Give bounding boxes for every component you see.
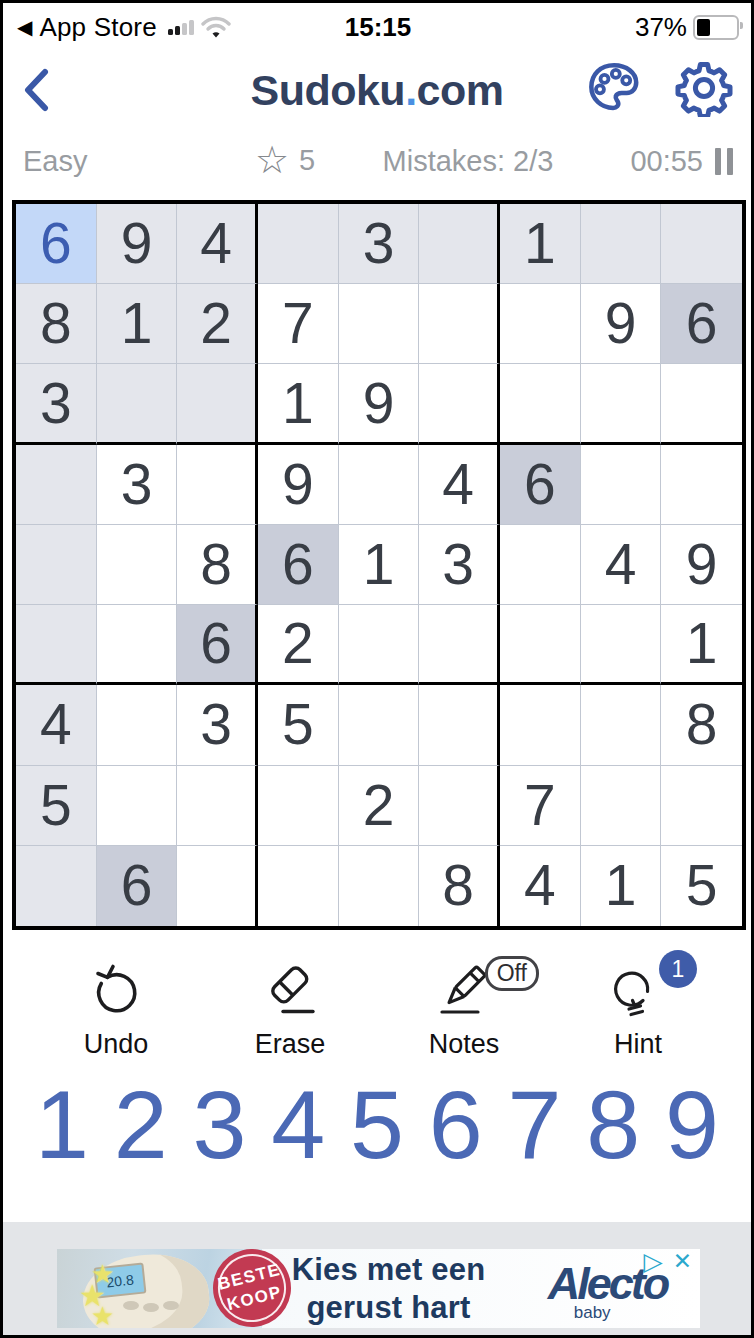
cell-r3c9[interactable] bbox=[661, 364, 742, 444]
cell-r4c2[interactable]: 3 bbox=[97, 445, 178, 525]
cell-r8c5[interactable]: 2 bbox=[339, 766, 420, 846]
cell-r7c2[interactable] bbox=[97, 685, 178, 765]
cell-r9c2[interactable]: 6 bbox=[97, 846, 178, 926]
numpad-8[interactable]: 8 bbox=[586, 1074, 640, 1176]
cell-r8c3[interactable] bbox=[177, 766, 258, 846]
hint-bulb-icon bbox=[610, 964, 666, 1020]
undo-label: Undo bbox=[84, 1029, 149, 1060]
cell-r2c5[interactable] bbox=[339, 284, 420, 364]
cell-r2c6[interactable] bbox=[419, 284, 500, 364]
back-chevron-icon[interactable] bbox=[23, 68, 49, 112]
theme-palette-icon[interactable] bbox=[585, 59, 643, 117]
cell-r7c6[interactable] bbox=[419, 685, 500, 765]
cell-r9c4[interactable] bbox=[258, 846, 339, 926]
adchoices-icon[interactable]: ▷ bbox=[643, 1249, 662, 1274]
numpad-7[interactable]: 7 bbox=[508, 1074, 562, 1176]
mistakes-counter: Mistakes: 2/3 bbox=[383, 145, 554, 178]
cell-r7c7[interactable] bbox=[500, 685, 581, 765]
pause-button[interactable] bbox=[715, 148, 733, 175]
cell-r7c4[interactable]: 5 bbox=[258, 685, 339, 765]
cell-r1c6[interactable] bbox=[419, 204, 500, 284]
cell-r1c9[interactable] bbox=[661, 204, 742, 284]
cell-r2c8[interactable]: 9 bbox=[581, 284, 662, 364]
hint-count-badge: 1 bbox=[659, 950, 697, 988]
cell-r1c7[interactable]: 1 bbox=[500, 204, 581, 284]
numpad-4[interactable]: 4 bbox=[271, 1074, 325, 1176]
cell-r8c2[interactable] bbox=[97, 766, 178, 846]
cell-r8c9[interactable] bbox=[661, 766, 742, 846]
cell-r3c5[interactable]: 9 bbox=[339, 364, 420, 444]
notes-button[interactable]: Off Notes bbox=[379, 964, 549, 1060]
erase-button[interactable]: Erase bbox=[205, 964, 375, 1060]
star-count: 5 bbox=[299, 144, 315, 177]
cell-r5c9[interactable]: 9 bbox=[661, 525, 742, 605]
cellular-signal-icon bbox=[168, 20, 194, 35]
cell-r5c8[interactable]: 4 bbox=[581, 525, 662, 605]
cell-r4c1[interactable] bbox=[16, 445, 97, 525]
numpad-6[interactable]: 6 bbox=[429, 1074, 483, 1176]
notes-pencil-icon bbox=[436, 964, 492, 1020]
back-to-app-store-icon[interactable]: ◀ bbox=[17, 15, 32, 39]
cell-r7c9[interactable]: 8 bbox=[661, 685, 742, 765]
game-info-bar: Easy ☆ 5 Mistakes: 2/3 00:55 bbox=[3, 133, 751, 195]
settings-gear-icon[interactable] bbox=[675, 59, 733, 117]
cell-r7c8[interactable] bbox=[581, 685, 662, 765]
cell-r1c3[interactable]: 4 bbox=[177, 204, 258, 284]
ad-headline: Kies met een gerust hart bbox=[262, 1249, 515, 1328]
cell-r2c2[interactable]: 1 bbox=[97, 284, 178, 364]
ad-banner[interactable]: 20.8 ★ ★ ★ BESTE KOOP Kies met een gerus… bbox=[57, 1249, 700, 1328]
cell-r5c3[interactable]: 8 bbox=[177, 525, 258, 605]
star-decoration-icon: ★ bbox=[91, 1303, 114, 1328]
cell-r6c4[interactable]: 2 bbox=[258, 605, 339, 685]
notes-off-badge: Off bbox=[485, 956, 539, 991]
undo-button[interactable]: Undo bbox=[31, 964, 201, 1060]
timer-value: 00:55 bbox=[630, 145, 703, 178]
cell-r3c2[interactable] bbox=[97, 364, 178, 444]
cell-r9c7[interactable]: 4 bbox=[500, 846, 581, 926]
cell-r5c7[interactable] bbox=[500, 525, 581, 605]
cell-r4c7[interactable]: 6 bbox=[500, 445, 581, 525]
cell-r1c8[interactable] bbox=[581, 204, 662, 284]
cell-r3c7[interactable] bbox=[500, 364, 581, 444]
status-bar: ◀ App Store 15:15 37% bbox=[3, 3, 751, 47]
cell-r3c6[interactable] bbox=[419, 364, 500, 444]
toolbar: Undo Erase Off Notes bbox=[3, 964, 751, 1060]
notes-label: Notes bbox=[429, 1029, 500, 1060]
cell-r5c4[interactable]: 6 bbox=[258, 525, 339, 605]
cell-r8c4[interactable] bbox=[258, 766, 339, 846]
cell-r9c1[interactable] bbox=[16, 846, 97, 926]
cell-r4c5[interactable] bbox=[339, 445, 420, 525]
cell-r8c8[interactable] bbox=[581, 766, 662, 846]
cell-r9c6[interactable]: 8 bbox=[419, 846, 500, 926]
cell-r6c3[interactable]: 6 bbox=[177, 605, 258, 685]
cell-r3c4[interactable]: 1 bbox=[258, 364, 339, 444]
cell-r6c2[interactable] bbox=[97, 605, 178, 685]
cell-r4c3[interactable] bbox=[177, 445, 258, 525]
eraser-icon bbox=[262, 964, 318, 1020]
cell-r5c6[interactable]: 3 bbox=[419, 525, 500, 605]
number-pad: 123456789 bbox=[3, 1060, 751, 1176]
hint-label: Hint bbox=[614, 1029, 662, 1060]
cell-r7c3[interactable]: 3 bbox=[177, 685, 258, 765]
cell-r7c5[interactable] bbox=[339, 685, 420, 765]
score-stars: ☆ 5 bbox=[255, 141, 315, 179]
app-screen: ◀ App Store 15:15 37% Sudoku.com bbox=[0, 0, 754, 1338]
cell-r6c6[interactable] bbox=[419, 605, 500, 685]
star-icon: ☆ bbox=[255, 141, 289, 179]
numpad-3[interactable]: 3 bbox=[193, 1074, 247, 1176]
undo-icon bbox=[88, 964, 144, 1020]
cell-r2c4[interactable]: 7 bbox=[258, 284, 339, 364]
cell-r1c1[interactable]: 6 bbox=[16, 204, 97, 284]
cell-r6c7[interactable] bbox=[500, 605, 581, 685]
cell-r8c7[interactable]: 7 bbox=[500, 766, 581, 846]
cell-r9c9[interactable]: 5 bbox=[661, 846, 742, 926]
cell-r2c9[interactable]: 6 bbox=[661, 284, 742, 364]
cell-r9c3[interactable] bbox=[177, 846, 258, 926]
cell-r5c2[interactable] bbox=[97, 525, 178, 605]
cell-r6c5[interactable] bbox=[339, 605, 420, 685]
numpad-2[interactable]: 2 bbox=[114, 1074, 168, 1176]
cell-r4c4[interactable]: 9 bbox=[258, 445, 339, 525]
numpad-9[interactable]: 9 bbox=[665, 1074, 719, 1176]
cell-r4c9[interactable] bbox=[661, 445, 742, 525]
erase-label: Erase bbox=[255, 1029, 326, 1060]
cell-r9c8[interactable]: 1 bbox=[581, 846, 662, 926]
cell-r9c5[interactable] bbox=[339, 846, 420, 926]
sudoku-board: 694318127963193946861349621435852768415 bbox=[12, 200, 746, 930]
cell-r6c8[interactable] bbox=[581, 605, 662, 685]
battery-percent: 37% bbox=[635, 12, 687, 43]
cell-r8c6[interactable] bbox=[419, 766, 500, 846]
ad-close-icon[interactable]: ✕ bbox=[673, 1249, 692, 1274]
cell-r1c4[interactable] bbox=[258, 204, 339, 284]
cell-r2c3[interactable]: 2 bbox=[177, 284, 258, 364]
cell-r3c1[interactable]: 3 bbox=[16, 364, 97, 444]
cell-r1c5[interactable]: 3 bbox=[339, 204, 420, 284]
cell-r5c1[interactable] bbox=[16, 525, 97, 605]
cell-r3c3[interactable] bbox=[177, 364, 258, 444]
difficulty-label: Easy bbox=[23, 145, 87, 178]
wifi-icon bbox=[201, 16, 231, 39]
cell-r3c8[interactable] bbox=[581, 364, 662, 444]
timer: 00:55 bbox=[630, 145, 733, 178]
numpad-1[interactable]: 1 bbox=[35, 1074, 89, 1176]
cell-r8c1[interactable]: 5 bbox=[16, 766, 97, 846]
back-to-app-store-label[interactable]: App Store bbox=[39, 12, 156, 43]
clock: 15:15 bbox=[345, 12, 412, 43]
cell-r4c8[interactable] bbox=[581, 445, 662, 525]
cell-r1c2[interactable]: 9 bbox=[97, 204, 178, 284]
battery-icon bbox=[693, 15, 739, 40]
cell-r6c1[interactable] bbox=[16, 605, 97, 685]
bottom-strip: 20.8 ★ ★ ★ BESTE KOOP Kies met een gerus… bbox=[3, 1222, 751, 1335]
header: Sudoku.com bbox=[3, 47, 751, 133]
hint-button[interactable]: 1 Hint bbox=[553, 964, 723, 1060]
cell-r2c7[interactable] bbox=[500, 284, 581, 364]
cell-r7c1[interactable]: 4 bbox=[16, 685, 97, 765]
cell-r2c1[interactable]: 8 bbox=[16, 284, 97, 364]
cell-r4c6[interactable]: 4 bbox=[419, 445, 500, 525]
numpad-5[interactable]: 5 bbox=[350, 1074, 404, 1176]
cell-r6c9[interactable]: 1 bbox=[661, 605, 742, 685]
cell-r5c5[interactable]: 1 bbox=[339, 525, 420, 605]
